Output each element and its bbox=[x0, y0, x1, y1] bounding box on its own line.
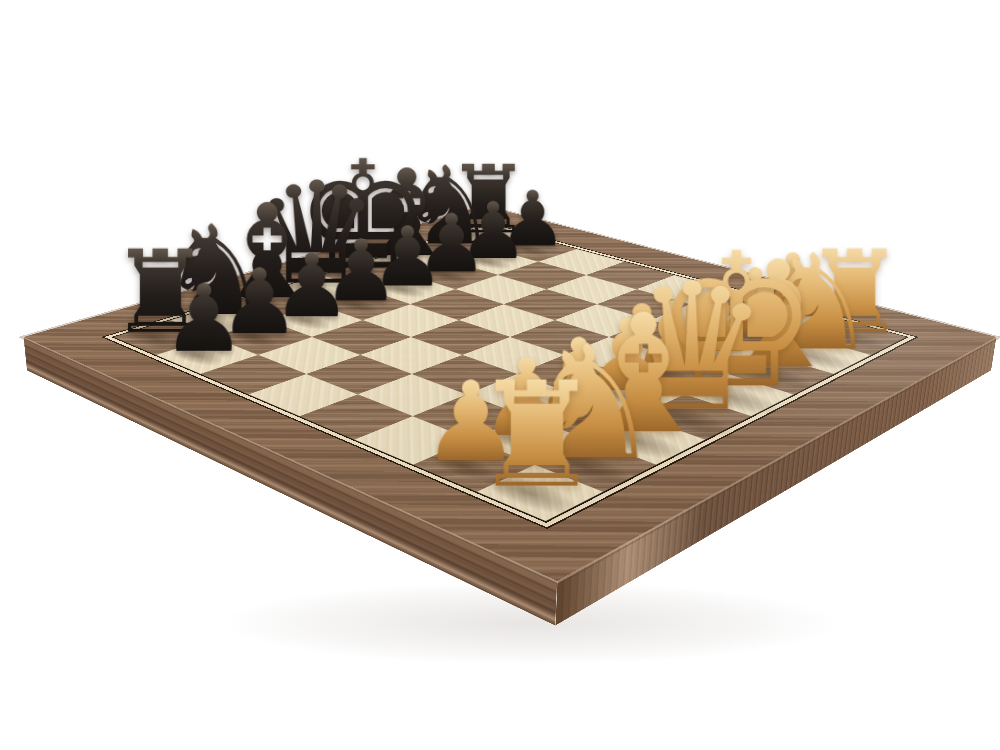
perspective-container: ♜♟♟♜♞♟♟♞♝♟♟♝♚♟♟♚♛♟♟♛♝♟♟♝♞♟♟♞♜♟♟♜ bbox=[0, 0, 1000, 750]
product-photo-background: ♜♟♟♜♞♟♟♞♝♟♟♝♚♟♟♚♛♟♟♛♝♟♟♝♞♟♟♞♜♟♟♜ bbox=[0, 0, 1000, 750]
chess-board: ♜♟♟♜♞♟♟♞♝♟♟♝♚♟♟♚♛♟♟♛♝♟♟♝♞♟♟♞♜♟♟♜ bbox=[24, 206, 997, 582]
piece-white-rook-a1[interactable]: ♜ bbox=[391, 377, 682, 493]
square-a7[interactable]: ♟ bbox=[156, 337, 258, 374]
piece-black-pawn-a7[interactable]: ♟ bbox=[111, 282, 297, 356]
square-a1[interactable]: ♜ bbox=[477, 465, 603, 521]
